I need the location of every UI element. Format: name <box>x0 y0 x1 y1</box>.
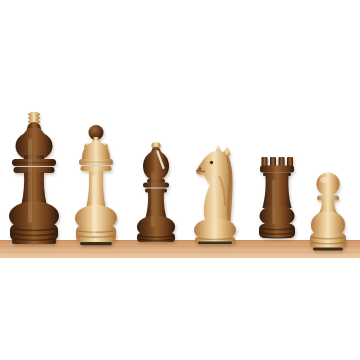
pawn-silhouette <box>308 172 348 252</box>
king-silhouette <box>7 110 61 245</box>
knight-nostril <box>199 167 201 169</box>
bishop-piece <box>134 142 178 242</box>
pawn-piece <box>308 172 348 252</box>
pawn-felt-line <box>313 248 343 251</box>
queen-coronet <box>82 141 110 160</box>
queen-silhouette <box>73 125 119 246</box>
bishop-silhouette <box>134 142 178 242</box>
queen-felt-line <box>80 242 112 245</box>
rook-silhouette <box>257 157 297 240</box>
queen-piece <box>73 125 119 246</box>
pawn-ball-head <box>317 173 340 196</box>
product-photo-stage <box>0 0 360 360</box>
knight-felt-line <box>198 242 232 244</box>
knight-silhouette <box>192 144 238 244</box>
knight-eye <box>210 161 213 164</box>
knight-piece <box>192 144 238 244</box>
king-piece <box>7 110 61 245</box>
rook-piece <box>257 157 297 240</box>
